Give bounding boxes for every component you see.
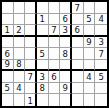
cell-r3c3[interactable] <box>25 25 37 37</box>
cell-r8c3[interactable] <box>25 83 37 95</box>
cell-r3c9[interactable] <box>95 25 107 37</box>
cell-r1c6[interactable] <box>60 2 72 14</box>
cell-r3c6[interactable]: 3 <box>60 25 72 37</box>
cell-r9c8[interactable] <box>84 94 96 106</box>
cell-r7c9[interactable]: 5 <box>95 71 107 83</box>
sudoku-board: 7165412736936587987364554891 <box>0 0 109 108</box>
cell-r2c3[interactable] <box>25 14 37 26</box>
cell-r6c1[interactable]: 9 <box>2 60 14 72</box>
cell-r9c5[interactable] <box>49 94 61 106</box>
cell-r2c7[interactable] <box>72 14 84 26</box>
cell-r4c3[interactable] <box>25 37 37 49</box>
cell-r6c5[interactable] <box>49 60 61 72</box>
cell-r8c7[interactable] <box>72 83 84 95</box>
cell-r8c8[interactable] <box>84 83 96 95</box>
cell-r7c1[interactable] <box>2 71 14 83</box>
cell-r4c9[interactable]: 3 <box>95 37 107 49</box>
cell-r1c8[interactable] <box>84 2 96 14</box>
cell-r9c9[interactable] <box>95 94 107 106</box>
cell-r4c6[interactable] <box>60 37 72 49</box>
cell-r8c9[interactable] <box>95 83 107 95</box>
cell-r6c7[interactable] <box>72 60 84 72</box>
cell-r8c6[interactable]: 9 <box>60 83 72 95</box>
cell-r3c2[interactable]: 2 <box>14 25 26 37</box>
cell-r7c3[interactable]: 7 <box>25 71 37 83</box>
cell-r6c3[interactable] <box>25 60 37 72</box>
cell-r4c5[interactable] <box>49 37 61 49</box>
cell-r2c9[interactable]: 4 <box>95 14 107 26</box>
cell-r7c5[interactable]: 6 <box>49 71 61 83</box>
cell-r5c9[interactable]: 7 <box>95 48 107 60</box>
cell-r4c7[interactable] <box>72 37 84 49</box>
cell-r3c7[interactable]: 6 <box>72 25 84 37</box>
cell-r1c9[interactable] <box>95 2 107 14</box>
cell-r2c6[interactable]: 6 <box>60 14 72 26</box>
cell-r6c6[interactable] <box>60 60 72 72</box>
cell-r7c6[interactable] <box>60 71 72 83</box>
cell-r7c7[interactable] <box>72 71 84 83</box>
cell-r8c2[interactable]: 4 <box>14 83 26 95</box>
cell-r4c2[interactable] <box>14 37 26 49</box>
cell-r2c2[interactable] <box>14 14 26 26</box>
cell-r5c1[interactable]: 6 <box>2 48 14 60</box>
cell-r7c4[interactable]: 3 <box>37 71 49 83</box>
cell-r3c8[interactable] <box>84 25 96 37</box>
cell-r3c1[interactable]: 1 <box>2 25 14 37</box>
cell-r6c9[interactable] <box>95 60 107 72</box>
cell-r1c7[interactable]: 7 <box>72 2 84 14</box>
cell-r5c7[interactable] <box>72 48 84 60</box>
cell-r2c4[interactable]: 1 <box>37 14 49 26</box>
cell-r5c2[interactable] <box>14 48 26 60</box>
cell-r5c3[interactable] <box>25 48 37 60</box>
cell-r1c2[interactable] <box>14 2 26 14</box>
cell-r9c3[interactable]: 1 <box>25 94 37 106</box>
cell-r1c3[interactable] <box>25 2 37 14</box>
cell-r3c4[interactable] <box>37 25 49 37</box>
cell-r8c4[interactable]: 8 <box>37 83 49 95</box>
cell-r6c4[interactable] <box>37 60 49 72</box>
cell-r7c8[interactable]: 4 <box>84 71 96 83</box>
cell-r9c4[interactable] <box>37 94 49 106</box>
cell-r8c1[interactable]: 5 <box>2 83 14 95</box>
cell-r6c2[interactable]: 8 <box>14 60 26 72</box>
cell-r9c1[interactable] <box>2 94 14 106</box>
cell-r2c5[interactable] <box>49 14 61 26</box>
cell-r4c8[interactable]: 9 <box>84 37 96 49</box>
cell-r6c8[interactable] <box>84 60 96 72</box>
cell-r4c1[interactable] <box>2 37 14 49</box>
cell-r7c2[interactable] <box>14 71 26 83</box>
cell-r2c1[interactable] <box>2 14 14 26</box>
cell-r5c8[interactable] <box>84 48 96 60</box>
cell-r4c4[interactable] <box>37 37 49 49</box>
cell-r3c5[interactable]: 7 <box>49 25 61 37</box>
cell-r8c5[interactable] <box>49 83 61 95</box>
cell-r2c8[interactable]: 5 <box>84 14 96 26</box>
cell-r9c2[interactable] <box>14 94 26 106</box>
cell-r5c6[interactable]: 8 <box>60 48 72 60</box>
cell-r5c5[interactable] <box>49 48 61 60</box>
cell-r9c6[interactable] <box>60 94 72 106</box>
cell-r1c1[interactable] <box>2 2 14 14</box>
cell-r9c7[interactable] <box>72 94 84 106</box>
cell-r1c4[interactable] <box>37 2 49 14</box>
cell-r5c4[interactable]: 5 <box>37 48 49 60</box>
cell-r1c5[interactable] <box>49 2 61 14</box>
